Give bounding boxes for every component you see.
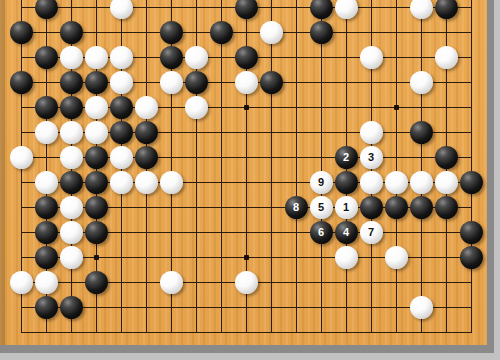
white-stone xyxy=(110,171,133,194)
black-stone xyxy=(60,171,83,194)
black-stone xyxy=(85,196,108,219)
black-stone xyxy=(135,146,158,169)
white-stone xyxy=(185,46,208,69)
white-stone xyxy=(135,96,158,119)
black-stone xyxy=(35,96,58,119)
grid-horizontal-line xyxy=(21,332,472,333)
black-stone xyxy=(10,71,33,94)
white-stone-move-7: 7 xyxy=(360,221,383,244)
white-stone-move-1: 1 xyxy=(335,196,358,219)
white-stone-move-5: 5 xyxy=(310,196,333,219)
white-stone xyxy=(60,246,83,269)
black-stone xyxy=(410,196,433,219)
black-stone xyxy=(110,96,133,119)
white-stone xyxy=(10,146,33,169)
black-stone xyxy=(85,71,108,94)
grid-vertical-line xyxy=(321,0,322,333)
black-stone xyxy=(35,46,58,69)
white-stone xyxy=(410,0,433,19)
white-stone xyxy=(335,0,358,19)
white-stone xyxy=(435,171,458,194)
go-board[interactable]: 239851647 xyxy=(0,0,500,360)
black-stone xyxy=(335,171,358,194)
white-stone xyxy=(435,46,458,69)
black-stone-move-8: 8 xyxy=(285,196,308,219)
star-point xyxy=(394,105,399,110)
black-stone xyxy=(35,296,58,319)
black-stone xyxy=(185,71,208,94)
black-stone xyxy=(85,271,108,294)
grid-vertical-line xyxy=(296,0,297,333)
grid-vertical-line xyxy=(221,0,222,333)
black-stone xyxy=(160,21,183,44)
white-stone xyxy=(35,271,58,294)
black-stone xyxy=(35,246,58,269)
white-stone xyxy=(410,171,433,194)
black-stone xyxy=(460,246,483,269)
black-stone xyxy=(460,171,483,194)
black-stone xyxy=(235,0,258,19)
white-stone xyxy=(160,271,183,294)
white-stone xyxy=(60,121,83,144)
white-stone xyxy=(60,221,83,244)
table-edge-right xyxy=(487,0,494,353)
black-stone xyxy=(210,21,233,44)
black-stone xyxy=(435,146,458,169)
white-stone xyxy=(235,71,258,94)
white-stone xyxy=(60,146,83,169)
white-stone xyxy=(135,171,158,194)
white-stone xyxy=(110,71,133,94)
white-stone xyxy=(10,271,33,294)
grid-horizontal-line xyxy=(21,32,472,33)
grid-vertical-line xyxy=(396,0,397,333)
white-stone xyxy=(185,96,208,119)
white-stone xyxy=(260,21,283,44)
board-left-edge-shade xyxy=(0,0,5,345)
white-stone-move-3: 3 xyxy=(360,146,383,169)
black-stone xyxy=(310,0,333,19)
black-stone-move-2: 2 xyxy=(335,146,358,169)
black-stone xyxy=(60,71,83,94)
black-stone xyxy=(35,196,58,219)
black-stone xyxy=(135,121,158,144)
white-stone xyxy=(60,46,83,69)
star-point xyxy=(244,255,249,260)
white-stone xyxy=(410,71,433,94)
white-stone xyxy=(85,46,108,69)
white-stone xyxy=(110,0,133,19)
white-stone xyxy=(385,246,408,269)
black-stone xyxy=(160,46,183,69)
white-stone xyxy=(360,121,383,144)
black-stone-move-6: 6 xyxy=(310,221,333,244)
white-stone xyxy=(360,171,383,194)
grid-horizontal-line xyxy=(21,307,472,308)
black-stone xyxy=(10,21,33,44)
white-stone xyxy=(60,196,83,219)
white-stone xyxy=(110,146,133,169)
grid-vertical-line xyxy=(271,0,272,333)
white-stone xyxy=(160,71,183,94)
black-stone xyxy=(410,121,433,144)
black-stone xyxy=(110,121,133,144)
black-stone xyxy=(385,196,408,219)
black-stone xyxy=(85,221,108,244)
black-stone xyxy=(85,171,108,194)
white-stone xyxy=(160,171,183,194)
white-stone xyxy=(110,46,133,69)
star-point xyxy=(244,105,249,110)
white-stone xyxy=(410,296,433,319)
black-stone xyxy=(260,71,283,94)
grid-vertical-line xyxy=(471,0,472,333)
black-stone xyxy=(60,296,83,319)
table-edge-bottom xyxy=(0,345,494,353)
white-stone-move-9: 9 xyxy=(310,171,333,194)
black-stone xyxy=(235,46,258,69)
black-stone xyxy=(35,221,58,244)
white-stone xyxy=(360,46,383,69)
black-stone xyxy=(360,196,383,219)
grid-vertical-line xyxy=(421,0,422,333)
black-stone xyxy=(460,221,483,244)
white-stone xyxy=(235,271,258,294)
black-stone xyxy=(310,21,333,44)
black-stone xyxy=(35,0,58,19)
black-stone xyxy=(60,21,83,44)
white-stone xyxy=(385,171,408,194)
black-stone xyxy=(435,196,458,219)
black-stone-move-4: 4 xyxy=(335,221,358,244)
star-point xyxy=(94,255,99,260)
black-stone xyxy=(85,146,108,169)
black-stone xyxy=(435,0,458,19)
white-stone xyxy=(35,121,58,144)
white-stone xyxy=(35,171,58,194)
white-stone xyxy=(85,96,108,119)
black-stone xyxy=(60,96,83,119)
white-stone xyxy=(85,121,108,144)
white-stone xyxy=(335,246,358,269)
